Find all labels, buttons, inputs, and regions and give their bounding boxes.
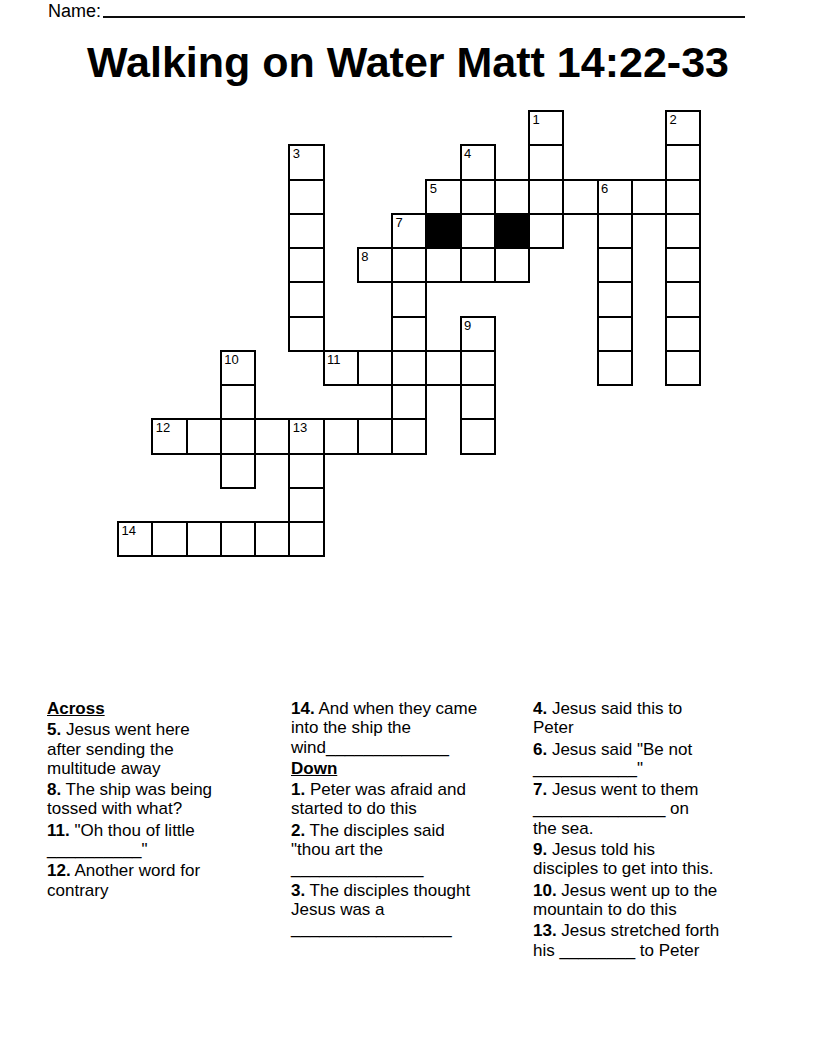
clue-9: 9. Jesus told hisdisciples to get into t… [533,840,773,879]
clue-line: 8. The ship was being [47,780,287,799]
clue-number: 8. [47,780,61,799]
blocked-cell [425,213,461,249]
cell-number-label: 1 [530,112,562,126]
page-title: Walking on Water Matt 14:22-33 [0,36,816,88]
crossword-cell[interactable] [597,247,633,283]
clue-line: started to do this [291,799,531,818]
crossword-cell[interactable]: 10 [220,350,256,386]
crossword-cell[interactable] [665,247,701,283]
clue-line: contrary [47,881,287,900]
crossword-cell[interactable] [665,144,701,180]
clue-line: into the ship the [291,718,531,737]
cell-number-label: 14 [119,523,151,537]
crossword-cell[interactable] [391,281,427,317]
clue-line: 9. Jesus told his [533,840,773,859]
clue-line: tossed with what? [47,799,287,818]
clue-line: 6. Jesus said "Be not [533,740,773,759]
crossword-cell[interactable]: 8 [357,247,393,283]
crossword-cell[interactable] [425,247,461,283]
crossword-cell[interactable]: 2 [665,110,701,146]
clue-line: 10. Jesus went up to the [533,881,773,900]
clue-line: 2. The disciples said [291,821,531,840]
clue-column: Across5. Jesus went hereafter sending th… [47,699,287,902]
crossword-cell[interactable] [391,316,427,352]
crossword-cell[interactable]: 3 [288,144,324,180]
clue-column: 4. Jesus said this toPeter6. Jesus said … [533,699,773,962]
crossword-cell[interactable] [665,179,701,215]
name-label: Name: [48,1,101,22]
crossword-cell[interactable] [528,213,564,249]
crossword-cell[interactable] [220,384,256,420]
clue-number: 3. [291,881,305,900]
crossword-cell[interactable]: 6 [597,179,633,215]
clue-line: mountain to do this [533,900,773,919]
crossword-cell[interactable] [665,281,701,317]
name-blank-line[interactable] [103,0,745,18]
crossword-cell[interactable] [631,179,667,215]
crossword-cell[interactable]: 14 [117,521,153,557]
crossword-cell[interactable] [186,418,222,454]
crossword-cell[interactable] [391,247,427,283]
crossword-cell[interactable] [460,247,496,283]
clue-line: the sea. [533,819,773,838]
clue-line: multitude away [47,759,287,778]
clue-number: 11. [47,821,70,840]
clue-line: 13. Jesus stretched forth [533,921,773,940]
crossword-cell[interactable] [597,350,633,386]
clue-line: Jesus was a [291,900,531,919]
clue-number: 14. [291,699,315,718]
clue-7: 7. Jesus went to them______________ onth… [533,780,773,838]
clue-line: 7. Jesus went to them [533,780,773,799]
cell-number-label: 7 [393,215,425,229]
cell-number-label: 2 [667,112,699,126]
crossword-cell[interactable] [220,521,256,557]
clue-line: 4. Jesus said this to [533,699,773,718]
clue-column: 14. And when they cameinto the ship thew… [291,699,531,941]
crossword-cell[interactable] [528,144,564,180]
crossword-cell[interactable] [460,384,496,420]
crossword-cell[interactable] [665,316,701,352]
clue-14: 14. And when they cameinto the ship thew… [291,699,531,757]
clue-line: wind_____________ [291,738,531,757]
crossword-cell[interactable] [288,453,324,489]
clue-12: 12. Another word forcontrary [47,861,287,900]
crossword-cell[interactable] [288,281,324,317]
crossword-grid: 1234567891011121314 [117,110,703,558]
crossword-cell[interactable] [220,453,256,489]
crossword-cell[interactable] [288,521,324,557]
crossword-cell[interactable] [460,418,496,454]
cell-number-label: 5 [427,181,459,195]
crossword-cell[interactable]: 5 [425,179,461,215]
clue-10: 10. Jesus went up to themountain to do t… [533,881,773,920]
clue-number: 6. [533,740,547,759]
crossword-cell[interactable] [288,487,324,523]
crossword-cell[interactable] [665,213,701,249]
cell-number-label: 10 [222,352,254,366]
clue-line: disciples to get into this. [533,859,773,878]
clue-line: 12. Another word for [47,861,287,880]
crossword-cell[interactable] [460,213,496,249]
crossword-cell[interactable]: 1 [528,110,564,146]
blocked-cell [494,213,530,249]
clue-8: 8. The ship was beingtossed with what? [47,780,287,819]
crossword-cell[interactable]: 11 [323,350,359,386]
crossword-cell[interactable] [597,316,633,352]
crossword-cell[interactable] [151,521,187,557]
crossword-cell[interactable] [597,213,633,249]
crossword-cell[interactable] [288,247,324,283]
crossword-cell[interactable] [425,350,461,386]
clue-2: 2. The disciples said"thou art the______… [291,821,531,879]
clue-line: "thou art the [291,840,531,859]
clue-line: _________________ [291,919,531,938]
cell-number-label: 8 [359,249,391,263]
crossword-cell[interactable] [288,179,324,215]
clue-line: ______________ on [533,799,773,818]
crossword-cell[interactable] [494,179,530,215]
cell-number-label: 4 [462,146,494,160]
clue-line: 11. "Oh thou of little [47,821,287,840]
crossword-cell[interactable] [391,350,427,386]
clue-number: 9. [533,840,547,859]
crossword-cell[interactable] [288,213,324,249]
clue-number: 2. [291,821,305,840]
clue-line: 14. And when they came [291,699,531,718]
clue-4: 4. Jesus said this toPeter [533,699,773,738]
clues-heading-across: Across [47,699,287,718]
clue-number: 5. [47,720,61,739]
clue-number: 10. [533,881,557,900]
clue-line: 5. Jesus went here [47,720,287,739]
clue-5: 5. Jesus went hereafter sending themulti… [47,720,287,778]
crossword-cell[interactable] [357,418,393,454]
crossword-cell[interactable]: 13 [288,418,324,454]
clue-line: Peter [533,718,773,737]
crossword-cell[interactable]: 12 [151,418,187,454]
crossword-cell[interactable] [460,179,496,215]
crossword-cell[interactable] [323,418,359,454]
crossword-cell[interactable] [254,418,290,454]
clue-6: 6. Jesus said "Be not___________" [533,740,773,779]
cell-number-label: 3 [290,146,322,160]
cell-number-label: 9 [462,318,494,332]
clue-line: after sending the [47,740,287,759]
clue-line: 3. The disciples thought [291,881,531,900]
crossword-cell[interactable] [220,418,256,454]
crossword-cell[interactable] [186,521,222,557]
crossword-cell[interactable]: 9 [460,316,496,352]
clues-heading-down: Down [291,759,531,778]
clue-1: 1. Peter was afraid andstarted to do thi… [291,780,531,819]
crossword-cell[interactable] [288,316,324,352]
clue-line: 1. Peter was afraid and [291,780,531,799]
clue-3: 3. The disciples thoughtJesus was a_____… [291,881,531,939]
crossword-cell[interactable] [460,350,496,386]
crossword-cell[interactable] [391,418,427,454]
cell-number-label: 11 [325,352,357,366]
crossword-cell[interactable] [357,350,393,386]
crossword-cell[interactable]: 4 [460,144,496,180]
crossword-cell[interactable] [391,384,427,420]
clue-11: 11. "Oh thou of little__________" [47,821,287,860]
clue-number: 7. [533,780,547,799]
clue-line: his ________ to Peter [533,941,773,960]
clue-13: 13. Jesus stretched forthhis ________ to… [533,921,773,960]
clue-number: 13. [533,921,557,940]
clue-number: 4. [533,699,547,718]
clue-line: ___________" [533,759,773,778]
crossword-cell[interactable] [494,247,530,283]
crossword-cell[interactable] [597,281,633,317]
clue-number: 1. [291,780,305,799]
crossword-cell[interactable]: 7 [391,213,427,249]
clue-line: ______________ [291,859,531,878]
clue-line: __________" [47,840,287,859]
crossword-cell[interactable] [665,350,701,386]
cell-number-label: 13 [290,420,322,434]
crossword-cell[interactable] [562,179,598,215]
clue-number: 12. [47,861,71,880]
cell-number-label: 12 [153,420,185,434]
crossword-cell[interactable] [254,521,290,557]
cell-number-label: 6 [599,181,631,195]
crossword-cell[interactable] [528,179,564,215]
